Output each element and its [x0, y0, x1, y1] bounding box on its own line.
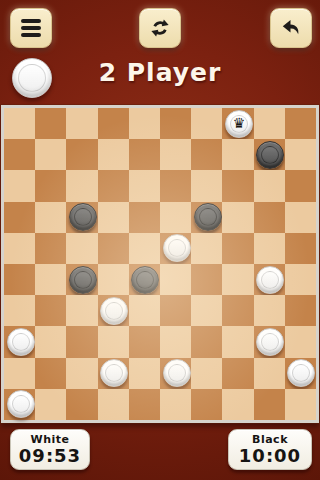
cell-r8c3[interactable]	[98, 358, 129, 389]
cell-r1c9[interactable]	[285, 139, 316, 170]
cell-r4c2[interactable]	[66, 233, 97, 264]
cell-r9c7[interactable]	[222, 389, 253, 420]
cell-r5c5[interactable]	[160, 264, 191, 295]
board-frame: ♛	[1, 105, 319, 423]
cell-r7c8[interactable]	[254, 326, 285, 357]
black-clock-time: 10:00	[229, 446, 311, 466]
cell-r5c1[interactable]	[35, 264, 66, 295]
cell-r5c9[interactable]	[285, 264, 316, 295]
cell-r5c0[interactable]	[4, 264, 35, 295]
cell-r0c4[interactable]	[129, 108, 160, 139]
cell-r4c1[interactable]	[35, 233, 66, 264]
cell-r7c0[interactable]	[4, 326, 35, 357]
cell-r0c0[interactable]	[4, 108, 35, 139]
cell-r8c2[interactable]	[66, 358, 97, 389]
cell-r5c2[interactable]	[66, 264, 97, 295]
cell-r1c3[interactable]	[98, 139, 129, 170]
cell-r1c2[interactable]	[66, 139, 97, 170]
cell-r9c4[interactable]	[129, 389, 160, 420]
cell-r8c8[interactable]	[254, 358, 285, 389]
cell-r2c2[interactable]	[66, 170, 97, 201]
white-man[interactable]	[256, 328, 284, 356]
cell-r4c7[interactable]	[222, 233, 253, 264]
cell-r7c7[interactable]	[222, 326, 253, 357]
cell-r8c9[interactable]	[285, 358, 316, 389]
cell-r2c8[interactable]	[254, 170, 285, 201]
cell-r2c4[interactable]	[129, 170, 160, 201]
black-man[interactable]	[69, 266, 97, 294]
white-man[interactable]	[100, 359, 128, 387]
cell-r3c2[interactable]	[66, 202, 97, 233]
cell-r6c9[interactable]	[285, 295, 316, 326]
cell-r6c7[interactable]	[222, 295, 253, 326]
cell-r5c3[interactable]	[98, 264, 129, 295]
menu-icon	[21, 19, 41, 37]
white-king[interactable]: ♛	[225, 110, 253, 138]
cell-r5c6[interactable]	[191, 264, 222, 295]
cell-r2c3[interactable]	[98, 170, 129, 201]
cell-r7c3[interactable]	[98, 326, 129, 357]
cell-r6c2[interactable]	[66, 295, 97, 326]
white-man[interactable]	[287, 359, 315, 387]
cell-r3c9[interactable]	[285, 202, 316, 233]
cell-r4c3[interactable]	[98, 233, 129, 264]
cell-r9c1[interactable]	[35, 389, 66, 420]
king-crown-icon: ♛	[233, 116, 246, 130]
refresh-icon	[149, 17, 171, 39]
white-clock-time: 09:53	[11, 446, 89, 466]
cell-r1c8[interactable]	[254, 139, 285, 170]
cell-r7c2[interactable]	[66, 326, 97, 357]
white-man[interactable]	[100, 297, 128, 325]
cell-r0c7[interactable]: ♛	[222, 108, 253, 139]
white-clock: White 09:53	[10, 429, 90, 470]
cell-r3c8[interactable]	[254, 202, 285, 233]
black-man[interactable]	[194, 203, 222, 231]
cell-r8c4[interactable]	[129, 358, 160, 389]
cell-r0c9[interactable]	[285, 108, 316, 139]
cell-r1c6[interactable]	[191, 139, 222, 170]
white-man[interactable]	[7, 390, 35, 418]
cell-r6c3[interactable]	[98, 295, 129, 326]
cell-r7c6[interactable]	[191, 326, 222, 357]
cell-r3c5[interactable]	[160, 202, 191, 233]
cell-r5c4[interactable]	[129, 264, 160, 295]
white-man[interactable]	[163, 234, 191, 262]
cell-r2c5[interactable]	[160, 170, 191, 201]
undo-back-icon	[279, 16, 303, 40]
cell-r7c9[interactable]	[285, 326, 316, 357]
cell-r8c0[interactable]	[4, 358, 35, 389]
cell-r3c4[interactable]	[129, 202, 160, 233]
restart-button[interactable]	[139, 8, 181, 48]
cell-r0c1[interactable]	[35, 108, 66, 139]
cell-r8c7[interactable]	[222, 358, 253, 389]
cell-r3c3[interactable]	[98, 202, 129, 233]
cell-r5c7[interactable]	[222, 264, 253, 295]
cell-r2c0[interactable]	[4, 170, 35, 201]
cell-r5c8[interactable]	[254, 264, 285, 295]
cell-r9c5[interactable]	[160, 389, 191, 420]
cell-r2c7[interactable]	[222, 170, 253, 201]
cell-r3c1[interactable]	[35, 202, 66, 233]
cell-r0c6[interactable]	[191, 108, 222, 139]
cell-r2c1[interactable]	[35, 170, 66, 201]
cell-r9c9[interactable]	[285, 389, 316, 420]
cell-r1c5[interactable]	[160, 139, 191, 170]
cell-r8c6[interactable]	[191, 358, 222, 389]
cell-r2c9[interactable]	[285, 170, 316, 201]
cell-r9c6[interactable]	[191, 389, 222, 420]
cell-r1c0[interactable]	[4, 139, 35, 170]
black-clock: Black 10:00	[228, 429, 312, 470]
board: ♛	[4, 108, 316, 420]
cell-r4c8[interactable]	[254, 233, 285, 264]
black-man[interactable]	[256, 141, 284, 169]
cell-r9c2[interactable]	[66, 389, 97, 420]
black-man[interactable]	[69, 203, 97, 231]
game-screen: 2 Player ♛ White 09:53 Black 10:00	[0, 0, 320, 480]
cell-r3c0[interactable]	[4, 202, 35, 233]
cell-r1c1[interactable]	[35, 139, 66, 170]
undo-button[interactable]	[270, 8, 312, 48]
cell-r0c3[interactable]	[98, 108, 129, 139]
cell-r6c4[interactable]	[129, 295, 160, 326]
cell-r7c5[interactable]	[160, 326, 191, 357]
cell-r6c5[interactable]	[160, 295, 191, 326]
cell-r6c6[interactable]	[191, 295, 222, 326]
white-man[interactable]	[256, 266, 284, 294]
black-man[interactable]	[131, 266, 159, 294]
cell-r4c9[interactable]	[285, 233, 316, 264]
white-man[interactable]	[7, 328, 35, 356]
cell-r4c4[interactable]	[129, 233, 160, 264]
cell-r7c1[interactable]	[35, 326, 66, 357]
white-man[interactable]	[163, 359, 191, 387]
cell-r3c7[interactable]	[222, 202, 253, 233]
cell-r0c5[interactable]	[160, 108, 191, 139]
cell-r4c0[interactable]	[4, 233, 35, 264]
cell-r0c2[interactable]	[66, 108, 97, 139]
cell-r1c7[interactable]	[222, 139, 253, 170]
cell-r9c8[interactable]	[254, 389, 285, 420]
cell-r8c5[interactable]	[160, 358, 191, 389]
cell-r6c8[interactable]	[254, 295, 285, 326]
page-title: 2 Player	[0, 58, 320, 87]
cell-r9c0[interactable]	[4, 389, 35, 420]
cell-r1c4[interactable]	[129, 139, 160, 170]
cell-r2c6[interactable]	[191, 170, 222, 201]
cell-r3c6[interactable]	[191, 202, 222, 233]
cell-r8c1[interactable]	[35, 358, 66, 389]
cell-r4c5[interactable]	[160, 233, 191, 264]
cell-r4c6[interactable]	[191, 233, 222, 264]
cell-r6c0[interactable]	[4, 295, 35, 326]
cell-r0c8[interactable]	[254, 108, 285, 139]
cell-r7c4[interactable]	[129, 326, 160, 357]
menu-button[interactable]	[10, 8, 52, 48]
cell-r6c1[interactable]	[35, 295, 66, 326]
cell-r9c3[interactable]	[98, 389, 129, 420]
